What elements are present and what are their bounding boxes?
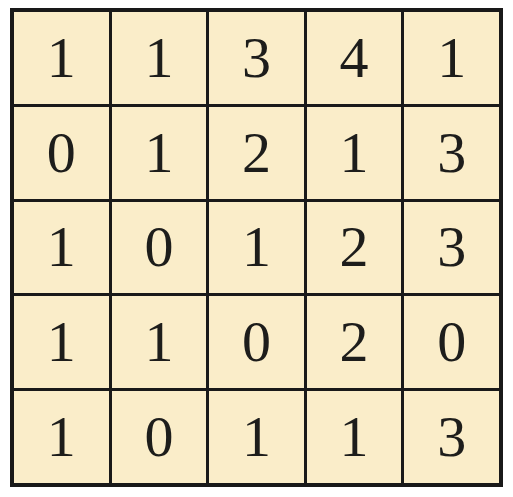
number-grid: 1 1 3 4 1 0 1 2 1 3 1 0 1 2 3 1 1 0 2 0 … [10,8,503,487]
number-grid-board: 1 1 3 4 1 0 1 2 1 3 1 0 1 2 3 1 1 0 2 0 … [10,8,503,487]
grid-cell-r0c3: 4 [307,12,402,104]
grid-cell-r1c1: 1 [112,107,207,199]
grid-cell-r2c0: 1 [14,202,109,294]
grid-cell-r0c1: 1 [112,12,207,104]
grid-cell-r4c1: 0 [112,391,207,483]
grid-cell-r3c1: 1 [112,296,207,388]
grid-cell-r4c4: 3 [404,391,499,483]
grid-cell-r1c3: 1 [307,107,402,199]
grid-cell-r3c2: 0 [209,296,304,388]
grid-cell-r2c3: 2 [307,202,402,294]
grid-cell-r0c0: 1 [14,12,109,104]
grid-cell-r3c4: 0 [404,296,499,388]
grid-cell-r0c4: 1 [404,12,499,104]
grid-cell-r3c0: 1 [14,296,109,388]
grid-cell-r1c4: 3 [404,107,499,199]
grid-cell-r1c2: 2 [209,107,304,199]
grid-cell-r3c3: 2 [307,296,402,388]
grid-cell-r0c2: 3 [209,12,304,104]
grid-cell-r4c2: 1 [209,391,304,483]
grid-cell-r4c3: 1 [307,391,402,483]
grid-cell-r1c0: 0 [14,107,109,199]
grid-cell-r2c2: 1 [209,202,304,294]
grid-cell-r2c4: 3 [404,202,499,294]
grid-cell-r2c1: 0 [112,202,207,294]
grid-cell-r4c0: 1 [14,391,109,483]
